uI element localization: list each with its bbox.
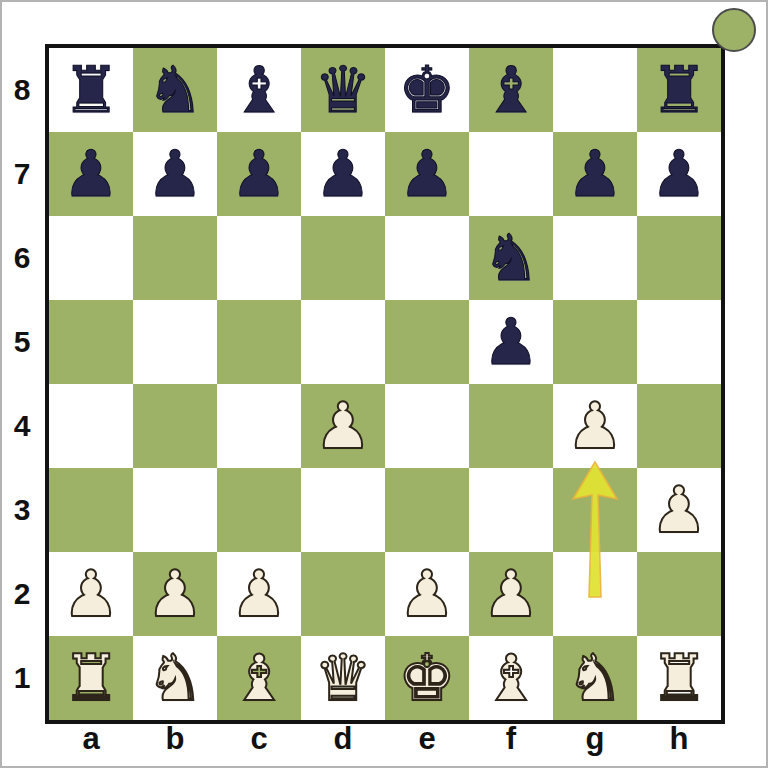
piece-white-pawn-a2[interactable]: ♟ (49, 552, 133, 636)
square-a4[interactable] (49, 384, 133, 468)
square-h6[interactable] (637, 216, 721, 300)
square-b3[interactable] (133, 468, 217, 552)
square-b8[interactable]: ♞ (133, 48, 217, 132)
square-g4[interactable]: ♟ (553, 384, 637, 468)
square-f8[interactable]: ♝ (469, 48, 553, 132)
square-g5[interactable] (553, 300, 637, 384)
square-g1[interactable]: ♞ (553, 636, 637, 720)
square-c2[interactable]: ♟ (217, 552, 301, 636)
square-h7[interactable]: ♟ (637, 132, 721, 216)
square-h2[interactable] (637, 552, 721, 636)
file-label-h: h (637, 718, 721, 760)
square-d4[interactable]: ♟ (301, 384, 385, 468)
rank-label-8: 8 (4, 48, 40, 132)
piece-black-rook-h8[interactable]: ♜ (637, 48, 721, 132)
square-b2[interactable]: ♟ (133, 552, 217, 636)
square-a7[interactable]: ♟ (49, 132, 133, 216)
piece-white-king-e1[interactable]: ♚ (385, 636, 469, 720)
square-f3[interactable] (469, 468, 553, 552)
piece-black-pawn-a7[interactable]: ♟ (49, 132, 133, 216)
rank-labels: 8 7 6 5 4 3 2 1 (4, 48, 40, 720)
square-h8[interactable]: ♜ (637, 48, 721, 132)
square-g3[interactable] (553, 468, 637, 552)
square-f5[interactable]: ♟ (469, 300, 553, 384)
square-c5[interactable] (217, 300, 301, 384)
square-f6[interactable]: ♞ (469, 216, 553, 300)
square-g6[interactable] (553, 216, 637, 300)
square-e7[interactable]: ♟ (385, 132, 469, 216)
piece-white-bishop-c1[interactable]: ♝ (217, 636, 301, 720)
square-g8[interactable] (553, 48, 637, 132)
square-a6[interactable] (49, 216, 133, 300)
piece-white-pawn-g4[interactable]: ♟ (553, 384, 637, 468)
square-f2[interactable]: ♟ (469, 552, 553, 636)
square-c4[interactable] (217, 384, 301, 468)
square-d3[interactable] (301, 468, 385, 552)
square-h3[interactable]: ♟ (637, 468, 721, 552)
rank-label-1: 1 (4, 636, 40, 720)
square-b4[interactable] (133, 384, 217, 468)
piece-white-pawn-h3[interactable]: ♟ (637, 468, 721, 552)
piece-black-bishop-f8[interactable]: ♝ (469, 48, 553, 132)
piece-black-pawn-e7[interactable]: ♟ (385, 132, 469, 216)
piece-black-pawn-h7[interactable]: ♟ (637, 132, 721, 216)
piece-white-rook-a1[interactable]: ♜ (49, 636, 133, 720)
square-a5[interactable] (49, 300, 133, 384)
file-label-f: f (469, 718, 553, 760)
piece-black-bishop-c8[interactable]: ♝ (217, 48, 301, 132)
piece-white-pawn-e2[interactable]: ♟ (385, 552, 469, 636)
square-f4[interactable] (469, 384, 553, 468)
square-b5[interactable] (133, 300, 217, 384)
square-c8[interactable]: ♝ (217, 48, 301, 132)
piece-white-pawn-d4[interactable]: ♟ (301, 384, 385, 468)
square-h1[interactable]: ♜ (637, 636, 721, 720)
piece-white-queen-d1[interactable]: ♛ (301, 636, 385, 720)
square-e1[interactable]: ♚ (385, 636, 469, 720)
square-h4[interactable] (637, 384, 721, 468)
square-c3[interactable] (217, 468, 301, 552)
rank-label-3: 3 (4, 468, 40, 552)
square-d7[interactable]: ♟ (301, 132, 385, 216)
square-a1[interactable]: ♜ (49, 636, 133, 720)
side-to-move-indicator (712, 8, 756, 52)
square-d8[interactable]: ♛ (301, 48, 385, 132)
square-a2[interactable]: ♟ (49, 552, 133, 636)
rank-label-5: 5 (4, 300, 40, 384)
square-e8[interactable]: ♚ (385, 48, 469, 132)
square-h5[interactable] (637, 300, 721, 384)
piece-black-queen-d8[interactable]: ♛ (301, 48, 385, 132)
piece-black-pawn-b7[interactable]: ♟ (133, 132, 217, 216)
board: ♜♞♝♛♚♝♜♟♟♟♟♟♟♟♞♟♟♟♟♟♟♟♟♟♜♞♝♛♚♝♞♜ (45, 44, 725, 724)
file-label-a: a (49, 718, 133, 760)
square-e4[interactable] (385, 384, 469, 468)
piece-white-bishop-f1[interactable]: ♝ (469, 636, 553, 720)
square-d6[interactable] (301, 216, 385, 300)
square-e3[interactable] (385, 468, 469, 552)
square-c6[interactable] (217, 216, 301, 300)
square-b7[interactable]: ♟ (133, 132, 217, 216)
square-e2[interactable]: ♟ (385, 552, 469, 636)
square-f1[interactable]: ♝ (469, 636, 553, 720)
rank-label-4: 4 (4, 384, 40, 468)
piece-black-knight-b8[interactable]: ♞ (133, 48, 217, 132)
square-d2[interactable] (301, 552, 385, 636)
piece-white-pawn-b2[interactable]: ♟ (133, 552, 217, 636)
square-c1[interactable]: ♝ (217, 636, 301, 720)
chess-app: 8 7 6 5 4 3 2 1 ♜♞♝♛♚♝♜♟♟♟♟♟♟♟♞♟♟♟♟♟♟♟♟♟… (0, 0, 768, 768)
file-label-b: b (133, 718, 217, 760)
square-g2[interactable] (553, 552, 637, 636)
piece-white-pawn-c2[interactable]: ♟ (217, 552, 301, 636)
piece-black-pawn-f5[interactable]: ♟ (469, 300, 553, 384)
file-label-d: d (301, 718, 385, 760)
file-label-c: c (217, 718, 301, 760)
square-e5[interactable] (385, 300, 469, 384)
piece-white-knight-g1[interactable]: ♞ (553, 636, 637, 720)
piece-white-pawn-f2[interactable]: ♟ (469, 552, 553, 636)
square-c7[interactable]: ♟ (217, 132, 301, 216)
square-e6[interactable] (385, 216, 469, 300)
file-label-e: e (385, 718, 469, 760)
square-d5[interactable] (301, 300, 385, 384)
square-f7[interactable] (469, 132, 553, 216)
piece-black-pawn-d7[interactable]: ♟ (301, 132, 385, 216)
file-labels: a b c d e f g h (49, 718, 721, 760)
square-b6[interactable] (133, 216, 217, 300)
piece-black-pawn-c7[interactable]: ♟ (217, 132, 301, 216)
square-d1[interactable]: ♛ (301, 636, 385, 720)
square-b1[interactable]: ♞ (133, 636, 217, 720)
piece-black-rook-a8[interactable]: ♜ (49, 48, 133, 132)
rank-label-6: 6 (4, 216, 40, 300)
piece-black-pawn-g7[interactable]: ♟ (553, 132, 637, 216)
square-a8[interactable]: ♜ (49, 48, 133, 132)
file-label-g: g (553, 718, 637, 760)
square-a3[interactable] (49, 468, 133, 552)
piece-black-king-e8[interactable]: ♚ (385, 48, 469, 132)
piece-white-rook-h1[interactable]: ♜ (637, 636, 721, 720)
square-g7[interactable]: ♟ (553, 132, 637, 216)
rank-label-2: 2 (4, 552, 40, 636)
rank-label-7: 7 (4, 132, 40, 216)
piece-white-knight-b1[interactable]: ♞ (133, 636, 217, 720)
piece-black-knight-f6[interactable]: ♞ (469, 216, 553, 300)
